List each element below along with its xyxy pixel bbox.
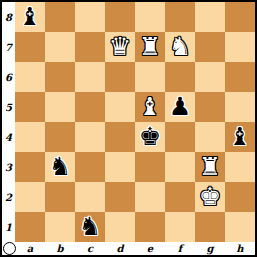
square-e2[interactable] (135, 182, 165, 212)
square-c8[interactable] (75, 2, 105, 32)
square-h6[interactable] (225, 62, 255, 92)
rank-label-3: 3 (2, 152, 15, 182)
square-h8[interactable] (225, 2, 255, 32)
square-h4[interactable]: ♝ (225, 122, 255, 152)
square-a6[interactable] (15, 62, 45, 92)
square-a2[interactable] (15, 182, 45, 212)
rank-labels: 87654321 (2, 2, 15, 242)
piece-black-bishop-h4[interactable]: ♝ (229, 122, 251, 152)
piece-white-queen-d7[interactable]: ♛ (109, 32, 131, 62)
square-g7[interactable] (195, 32, 225, 62)
square-a7[interactable] (15, 32, 45, 62)
square-f5[interactable]: ♟ (165, 92, 195, 122)
square-h3[interactable] (225, 152, 255, 182)
piece-white-bishop-e5[interactable]: ♝ (139, 92, 161, 122)
square-b8[interactable] (45, 2, 75, 32)
piece-white-king-g2[interactable]: ♚ (199, 182, 221, 212)
square-e7[interactable]: ♜ (135, 32, 165, 62)
file-labels: abcdefgh (15, 242, 255, 255)
square-e4[interactable]: ♚ (135, 122, 165, 152)
square-c1[interactable]: ♞ (75, 212, 105, 242)
square-f1[interactable] (165, 212, 195, 242)
square-f2[interactable] (165, 182, 195, 212)
square-f8[interactable] (165, 2, 195, 32)
square-d4[interactable] (105, 122, 135, 152)
square-d5[interactable] (105, 92, 135, 122)
square-g2[interactable]: ♚ (195, 182, 225, 212)
piece-black-bishop-a8[interactable]: ♝ (19, 2, 41, 32)
square-b4[interactable] (45, 122, 75, 152)
square-e6[interactable] (135, 62, 165, 92)
square-e1[interactable] (135, 212, 165, 242)
file-label-h: h (225, 242, 255, 255)
square-b7[interactable] (45, 32, 75, 62)
square-d7[interactable]: ♛ (105, 32, 135, 62)
square-c4[interactable] (75, 122, 105, 152)
rank-label-4: 4 (2, 122, 15, 152)
square-h2[interactable] (225, 182, 255, 212)
file-label-f: f (165, 242, 195, 255)
file-label-e: e (135, 242, 165, 255)
square-d8[interactable] (105, 2, 135, 32)
square-e5[interactable]: ♝ (135, 92, 165, 122)
square-a5[interactable] (15, 92, 45, 122)
square-b5[interactable] (45, 92, 75, 122)
square-d3[interactable] (105, 152, 135, 182)
square-a8[interactable]: ♝ (15, 2, 45, 32)
piece-black-king-e4[interactable]: ♚ (139, 122, 161, 152)
square-g5[interactable] (195, 92, 225, 122)
piece-white-knight-f7[interactable]: ♞ (169, 32, 191, 62)
file-label-b: b (45, 242, 75, 255)
piece-black-knight-c1[interactable]: ♞ (79, 212, 101, 242)
square-a4[interactable] (15, 122, 45, 152)
turn-indicator-white-to-move-icon (3, 242, 16, 255)
file-label-g: g (195, 242, 225, 255)
chess-diagram: 87654321 ♝♛♜♞♝♟♚♝♞♜♚♞ abcdefgh (0, 0, 257, 257)
square-c7[interactable] (75, 32, 105, 62)
square-b2[interactable] (45, 182, 75, 212)
rank-label-5: 5 (2, 92, 15, 122)
square-c6[interactable] (75, 62, 105, 92)
square-d2[interactable] (105, 182, 135, 212)
square-c5[interactable] (75, 92, 105, 122)
piece-white-rook-e7[interactable]: ♜ (139, 32, 161, 62)
square-e8[interactable] (135, 2, 165, 32)
square-g3[interactable]: ♜ (195, 152, 225, 182)
file-label-d: d (105, 242, 135, 255)
piece-black-pawn-f5[interactable]: ♟ (169, 92, 191, 122)
square-f7[interactable]: ♞ (165, 32, 195, 62)
square-b3[interactable]: ♞ (45, 152, 75, 182)
square-a3[interactable] (15, 152, 45, 182)
square-d1[interactable] (105, 212, 135, 242)
square-b1[interactable] (45, 212, 75, 242)
square-f4[interactable] (165, 122, 195, 152)
piece-black-knight-b3[interactable]: ♞ (49, 152, 71, 182)
square-g1[interactable] (195, 212, 225, 242)
file-label-a: a (15, 242, 45, 255)
square-g6[interactable] (195, 62, 225, 92)
square-b6[interactable] (45, 62, 75, 92)
rank-label-7: 7 (2, 32, 15, 62)
square-a1[interactable] (15, 212, 45, 242)
file-label-c: c (75, 242, 105, 255)
rank-label-6: 6 (2, 62, 15, 92)
rank-label-2: 2 (2, 182, 15, 212)
square-c2[interactable] (75, 182, 105, 212)
rank-label-8: 8 (2, 2, 15, 32)
square-d6[interactable] (105, 62, 135, 92)
board: ♝♛♜♞♝♟♚♝♞♜♚♞ (15, 2, 255, 242)
square-h5[interactable] (225, 92, 255, 122)
square-h7[interactable] (225, 32, 255, 62)
square-f3[interactable] (165, 152, 195, 182)
square-g4[interactable] (195, 122, 225, 152)
square-g8[interactable] (195, 2, 225, 32)
square-c3[interactable] (75, 152, 105, 182)
square-e3[interactable] (135, 152, 165, 182)
square-f6[interactable] (165, 62, 195, 92)
rank-label-1: 1 (2, 212, 15, 242)
piece-white-rook-g3[interactable]: ♜ (199, 152, 221, 182)
square-h1[interactable] (225, 212, 255, 242)
